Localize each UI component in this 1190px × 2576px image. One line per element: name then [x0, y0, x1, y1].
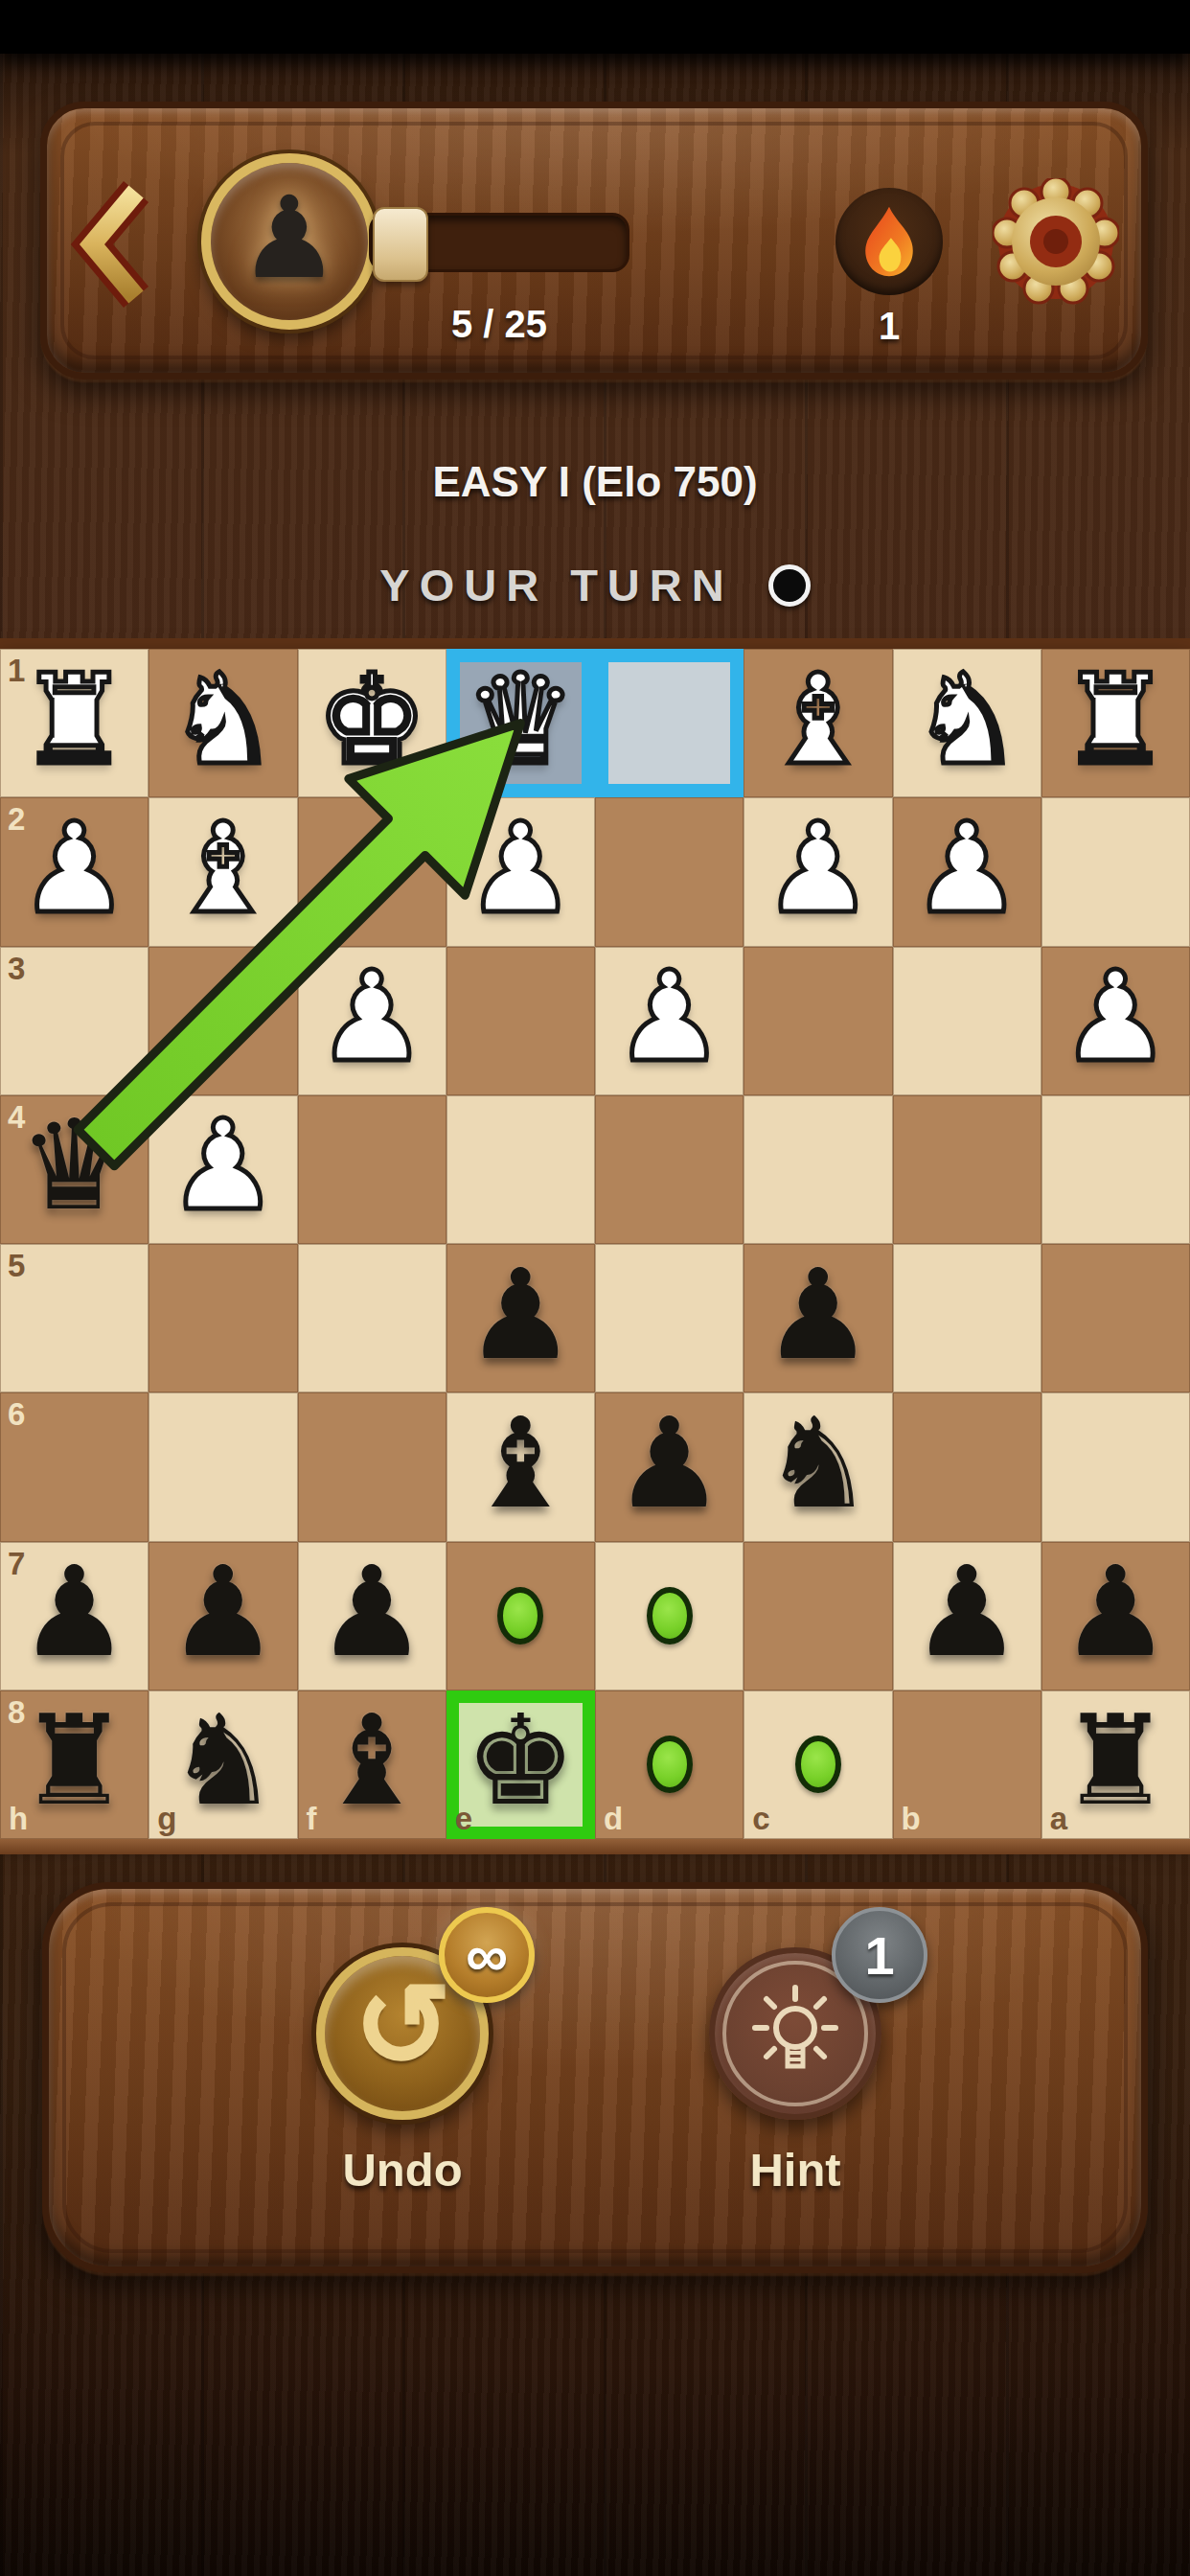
square-b1[interactable]: ♞: [893, 649, 1041, 797]
square-f8[interactable]: f♝: [298, 1690, 446, 1839]
square-f5[interactable]: [298, 1244, 446, 1392]
piece-black-pawn-d6: ♟: [613, 1401, 725, 1526]
legal-move-dot-c8: [795, 1736, 841, 1793]
square-c1[interactable]: ♝: [744, 649, 892, 797]
square-g7[interactable]: ♟: [149, 1542, 297, 1690]
square-c4[interactable]: [744, 1095, 892, 1244]
rank-label-3: 3: [8, 951, 25, 987]
piece-white-king-f1: ♚: [316, 657, 428, 782]
piece-black-queen-h4: ♛: [18, 1103, 130, 1228]
square-c6[interactable]: ♞: [744, 1392, 892, 1541]
file-label-e: e: [455, 1801, 472, 1837]
legal-move-dot-d8: [647, 1736, 693, 1793]
rank-label-8: 8: [8, 1694, 25, 1731]
square-b7[interactable]: ♟: [893, 1542, 1041, 1690]
square-e3[interactable]: [446, 947, 595, 1095]
square-h3[interactable]: 3: [0, 947, 149, 1095]
square-h8[interactable]: 8h♜: [0, 1690, 149, 1839]
square-d2[interactable]: [595, 797, 744, 946]
file-label-d: d: [604, 1801, 623, 1837]
square-g3[interactable]: [149, 947, 297, 1095]
square-e7[interactable]: [446, 1542, 595, 1690]
bottom-bar: [42, 1882, 1148, 2273]
turn-indicator: YOUR TURN: [0, 559, 1190, 611]
difficulty-label: EASY I (Elo 750): [0, 458, 1190, 506]
piece-black-knight-c6: ♞: [763, 1401, 875, 1526]
square-d1[interactable]: [595, 649, 744, 797]
chevron-left-icon: [67, 180, 163, 309]
square-c3[interactable]: [744, 947, 892, 1095]
square-e6[interactable]: ♝: [446, 1392, 595, 1541]
square-b4[interactable]: [893, 1095, 1041, 1244]
file-label-f: f: [307, 1801, 317, 1837]
undo-count-badge: ∞: [439, 1907, 535, 2003]
flame-icon: [859, 203, 919, 280]
square-c2[interactable]: ♟: [744, 797, 892, 946]
square-h2[interactable]: 2♟: [0, 797, 149, 946]
square-g2[interactable]: ♝: [149, 797, 297, 946]
turn-color-dot: [768, 564, 811, 607]
piece-white-pawn-h2: ♟: [18, 806, 130, 931]
square-b6[interactable]: [893, 1392, 1041, 1541]
pawn-icon: ♟: [239, 181, 340, 294]
hint-count-badge: 1: [832, 1907, 927, 2003]
piece-white-pawn-c2: ♟: [763, 806, 875, 931]
piece-white-knight-g1: ♞: [168, 657, 280, 782]
square-a8[interactable]: a♜: [1041, 1690, 1190, 1839]
piece-black-rook-a8: ♜: [1060, 1698, 1172, 1823]
file-label-a: a: [1050, 1801, 1067, 1837]
square-b5[interactable]: [893, 1244, 1041, 1392]
square-e8[interactable]: e♚: [446, 1690, 595, 1839]
square-a3[interactable]: ♟: [1041, 947, 1190, 1095]
streak-count: 1: [832, 305, 947, 348]
square-a7[interactable]: ♟: [1041, 1542, 1190, 1690]
square-c7[interactable]: [744, 1542, 892, 1690]
square-d4[interactable]: [595, 1095, 744, 1244]
square-h1[interactable]: 1♜: [0, 649, 149, 797]
back-button[interactable]: [67, 180, 163, 309]
turn-label: YOUR TURN: [379, 559, 733, 611]
square-h6[interactable]: 6: [0, 1392, 149, 1541]
player-level-medallion: ♟: [201, 153, 378, 330]
status-bar: [0, 0, 1190, 54]
piece-black-pawn-h7: ♟: [18, 1550, 130, 1674]
progress-label: 5 / 25: [369, 303, 629, 346]
square-g8[interactable]: g♞: [149, 1690, 297, 1839]
square-b8[interactable]: b: [893, 1690, 1041, 1839]
square-d8[interactable]: d: [595, 1690, 744, 1839]
piece-white-pawn-f3: ♟: [316, 954, 428, 1079]
square-a6[interactable]: [1041, 1392, 1190, 1541]
lightbulb-icon: [743, 1981, 848, 2086]
piece-black-king-e8: ♚: [465, 1698, 577, 1823]
piece-black-knight-g8: ♞: [168, 1698, 280, 1823]
piece-black-pawn-e5: ♟: [465, 1253, 577, 1377]
square-d5[interactable]: [595, 1244, 744, 1392]
piece-black-bishop-e6: ♝: [465, 1401, 577, 1526]
file-label-h: h: [9, 1801, 28, 1837]
piece-white-rook-a1: ♜: [1060, 657, 1172, 782]
piece-white-pawn-a3: ♟: [1060, 954, 1172, 1079]
square-f4[interactable]: [298, 1095, 446, 1244]
square-d3[interactable]: ♟: [595, 947, 744, 1095]
square-d7[interactable]: [595, 1542, 744, 1690]
rank-label-7: 7: [8, 1546, 25, 1582]
level-progress-bar: [369, 213, 629, 272]
square-a1[interactable]: ♜: [1041, 649, 1190, 797]
piece-white-bishop-c1: ♝: [763, 657, 875, 782]
piece-white-pawn-e2: ♟: [465, 806, 577, 931]
piece-white-pawn-b2: ♟: [911, 806, 1023, 931]
square-e1[interactable]: ♛: [446, 649, 595, 797]
legal-move-dot-d7: [647, 1587, 693, 1644]
rank-label-1: 1: [8, 653, 25, 689]
file-label-c: c: [752, 1801, 769, 1837]
square-f2[interactable]: [298, 797, 446, 946]
square-h4[interactable]: 4♛: [0, 1095, 149, 1244]
gear-icon: [993, 178, 1119, 305]
legal-move-dot-e7: [497, 1587, 543, 1644]
piece-black-bishop-f8: ♝: [316, 1698, 428, 1823]
square-f1[interactable]: ♚: [298, 649, 446, 797]
rank-label-6: 6: [8, 1396, 25, 1433]
square-e4[interactable]: [446, 1095, 595, 1244]
rank-label-2: 2: [8, 801, 25, 838]
square-g1[interactable]: ♞: [149, 649, 297, 797]
piece-black-pawn-b7: ♟: [911, 1550, 1023, 1674]
piece-white-queen-e1: ♛: [465, 657, 577, 782]
square-b2[interactable]: ♟: [893, 797, 1041, 946]
piece-black-rook-h8: ♜: [18, 1698, 130, 1823]
piece-white-bishop-g2: ♝: [168, 806, 280, 931]
square-e5[interactable]: ♟: [446, 1244, 595, 1392]
undo-arrow-icon: ↺: [354, 1967, 451, 2084]
square-a4[interactable]: [1041, 1095, 1190, 1244]
square-b3[interactable]: [893, 947, 1041, 1095]
progress-fill: [373, 207, 428, 282]
square-f7[interactable]: ♟: [298, 1542, 446, 1690]
piece-black-pawn-c5: ♟: [763, 1253, 875, 1377]
piece-white-pawn-g4: ♟: [168, 1103, 280, 1228]
settings-button[interactable]: [993, 178, 1119, 305]
square-h7[interactable]: 7♟: [0, 1542, 149, 1690]
app-screen: ♟ 5 / 25 1: [0, 0, 1190, 2576]
piece-black-pawn-g7: ♟: [168, 1550, 280, 1674]
piece-white-rook-h1: ♜: [18, 657, 130, 782]
board-frame-bottom: [0, 1839, 1190, 1854]
hint-label: Hint: [652, 2143, 939, 2196]
square-f6[interactable]: [298, 1392, 446, 1541]
board-frame-top: [0, 638, 1190, 649]
rank-label-4: 4: [8, 1099, 25, 1136]
piece-white-knight-b1: ♞: [911, 657, 1023, 782]
streak-indicator: [835, 188, 943, 295]
file-label-b: b: [902, 1801, 921, 1837]
square-h5[interactable]: 5: [0, 1244, 149, 1392]
square-a2[interactable]: [1041, 797, 1190, 946]
rank-label-5: 5: [8, 1248, 25, 1284]
square-g4[interactable]: ♟: [149, 1095, 297, 1244]
square-g6[interactable]: [149, 1392, 297, 1541]
piece-white-pawn-d3: ♟: [613, 954, 725, 1079]
square-g5[interactable]: [149, 1244, 297, 1392]
square-c8[interactable]: c: [744, 1690, 892, 1839]
square-c5[interactable]: ♟: [744, 1244, 892, 1392]
square-a5[interactable]: [1041, 1244, 1190, 1392]
square-e2[interactable]: ♟: [446, 797, 595, 946]
square-f3[interactable]: ♟: [298, 947, 446, 1095]
file-label-g: g: [157, 1801, 176, 1837]
square-d6[interactable]: ♟: [595, 1392, 744, 1541]
piece-black-pawn-f7: ♟: [316, 1550, 428, 1674]
piece-black-pawn-a7: ♟: [1060, 1550, 1172, 1674]
chess-board: 1♜♞♚♛♝♞♜2♟♝♟♟♟3♟♟♟4♛♟5♟♟6♝♟♞7♟♟♟♟♟8h♜g♞f…: [0, 649, 1190, 1839]
undo-label: Undo: [259, 2143, 546, 2196]
